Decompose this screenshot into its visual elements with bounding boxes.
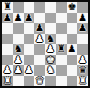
chess-diagram: ♜♚♟♟♟♟♟♟♟♞♞♟♜♟♟♚♟♟♟♟♞♛♜♛♜ [0,0,90,88]
black-pawn-h6: ♟ [78,23,87,33]
square-c1[interactable] [24,76,35,87]
square-f2[interactable] [56,65,67,76]
square-e2[interactable]: ♞ [45,65,56,76]
square-g2[interactable] [67,65,78,76]
square-h6[interactable]: ♟ [77,23,88,34]
square-f3[interactable] [56,55,67,66]
white-pawn-a2: ♟ [3,65,12,75]
square-h2[interactable]: ♛ [77,65,88,76]
square-e5[interactable]: ♞ [45,34,56,45]
square-c8[interactable] [24,2,35,13]
square-d8[interactable] [34,2,45,13]
square-e8[interactable] [45,2,56,13]
square-d7[interactable] [34,13,45,24]
square-c7[interactable]: ♟ [24,13,35,24]
square-h7[interactable]: ♟ [77,13,88,24]
chess-board: ♜♚♟♟♟♟♟♟♟♞♞♟♜♟♟♚♟♟♟♟♞♛♜♛♜ [0,0,90,88]
white-knight-e2: ♞ [46,65,55,75]
square-g3[interactable] [67,55,78,66]
square-d3[interactable] [34,55,45,66]
square-f8[interactable] [56,2,67,13]
black-pawn-b7: ♟ [14,13,23,23]
square-c5[interactable] [24,34,35,45]
square-d1[interactable]: ♛ [34,76,45,87]
square-b4[interactable]: ♞ [13,44,24,55]
black-rook-f4: ♜ [57,44,66,54]
square-e3[interactable]: ♚ [45,55,56,66]
square-g8[interactable]: ♚ [67,2,78,13]
square-c3[interactable] [24,55,35,66]
square-f4[interactable]: ♜ [56,44,67,55]
square-b1[interactable] [13,76,24,87]
square-b2[interactable]: ♟ [13,65,24,76]
black-pawn-g4: ♟ [67,44,76,54]
black-rook-a8: ♜ [3,2,12,12]
square-b5[interactable] [13,34,24,45]
black-knight-e5: ♞ [46,34,55,44]
white-pawn-c2: ♟ [24,65,33,75]
black-queen-h2: ♛ [78,65,87,75]
square-h5[interactable] [77,34,88,45]
white-pawn-e4: ♟ [46,44,55,54]
black-pawn-h7: ♟ [78,13,87,23]
black-king-g8: ♚ [67,2,76,12]
white-pawn-b3: ♟ [14,55,23,65]
square-d6[interactable]: ♟ [34,23,45,34]
square-c6[interactable] [24,23,35,34]
square-h4[interactable] [77,44,88,55]
black-pawn-a7: ♟ [3,13,12,23]
square-e1[interactable] [45,76,56,87]
square-h3[interactable]: ♟ [77,55,88,66]
square-c2[interactable]: ♟ [24,65,35,76]
square-g7[interactable] [67,13,78,24]
square-g5[interactable] [67,34,78,45]
square-b3[interactable]: ♟ [13,55,24,66]
square-a6[interactable] [2,23,13,34]
square-d4[interactable] [34,44,45,55]
square-f5[interactable] [56,34,67,45]
white-rook-h1: ♜ [78,76,87,86]
white-queen-d1: ♛ [35,76,44,86]
square-c4[interactable] [24,44,35,55]
square-a1[interactable]: ♜ [2,76,13,87]
white-pawn-d5: ♟ [35,34,44,44]
square-a2[interactable]: ♟ [2,65,13,76]
square-e6[interactable] [45,23,56,34]
square-b7[interactable]: ♟ [13,13,24,24]
square-h1[interactable]: ♜ [77,76,88,87]
black-knight-b4: ♞ [14,44,23,54]
white-pawn-h3: ♟ [78,55,87,65]
square-g4[interactable]: ♟ [67,44,78,55]
square-e4[interactable]: ♟ [45,44,56,55]
square-f7[interactable] [56,13,67,24]
square-g6[interactable] [67,23,78,34]
square-a7[interactable]: ♟ [2,13,13,24]
square-h8[interactable] [77,2,88,13]
square-e7[interactable] [45,13,56,24]
black-pawn-c7: ♟ [24,13,33,23]
square-a5[interactable] [2,34,13,45]
square-f6[interactable] [56,23,67,34]
square-b6[interactable] [13,23,24,34]
white-pawn-b2: ♟ [14,65,23,75]
square-b8[interactable] [13,2,24,13]
square-f1[interactable] [56,76,67,87]
white-rook-a1: ♜ [3,76,12,86]
square-a3[interactable] [2,55,13,66]
square-g1[interactable] [67,76,78,87]
square-d5[interactable]: ♟ [34,34,45,45]
square-a4[interactable] [2,44,13,55]
square-d2[interactable] [34,65,45,76]
white-king-e3: ♚ [46,55,55,65]
square-a8[interactable]: ♜ [2,2,13,13]
black-pawn-d6: ♟ [35,23,44,33]
